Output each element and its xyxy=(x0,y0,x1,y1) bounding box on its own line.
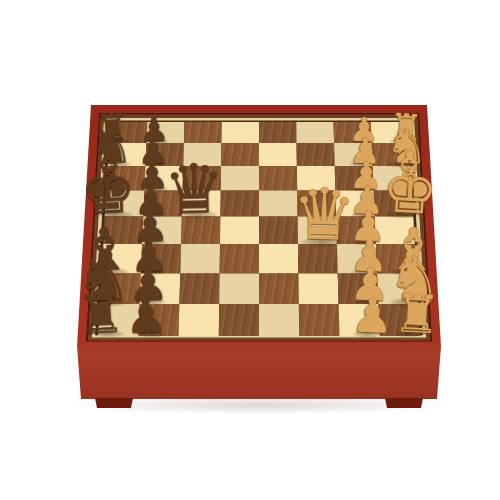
piece-black-rook-a8: ♜ xyxy=(76,287,126,342)
piece-black-pawn-a7: ♟ xyxy=(124,293,168,341)
piece-white-queen-d3: ♛ xyxy=(292,178,358,251)
piece-white-rook-a1: ♜ xyxy=(392,287,442,342)
pieces-layer: ♜♞♝♚♝♞♜♟♟♟♟♟♟♟♟♛♛♟♟♟♟♟♟♟♟♜♞♝♚♝♞♜ xyxy=(0,0,500,500)
piece-black-queen-e6: ♛ xyxy=(163,154,225,223)
chessboard-product-photo: ♜♞♝♚♝♞♜♟♟♟♟♟♟♟♟♛♛♟♟♟♟♟♟♟♟♜♞♝♚♝♞♜ xyxy=(0,0,500,500)
piece-white-pawn-a2: ♟ xyxy=(350,293,394,341)
